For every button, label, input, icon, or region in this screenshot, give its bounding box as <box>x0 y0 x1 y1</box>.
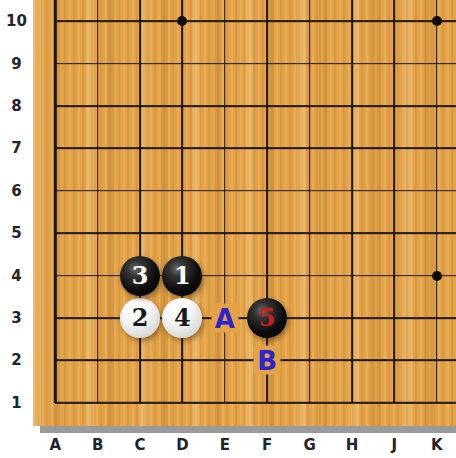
intersection-F7[interactable] <box>246 127 288 169</box>
intersection-D10[interactable] <box>161 0 203 42</box>
intersection-H1[interactable] <box>331 382 373 424</box>
intersection-F3[interactable] <box>246 297 288 339</box>
intersection-C1[interactable] <box>119 382 161 424</box>
go-diagram: AB1234510987654321ABCDEFGHJK <box>0 0 456 458</box>
intersection-E2[interactable] <box>204 339 246 381</box>
col-label-J: J <box>379 434 409 456</box>
intersection-A3[interactable] <box>34 297 76 339</box>
intersection-B1[interactable] <box>76 382 118 424</box>
intersection-J8[interactable] <box>373 85 415 127</box>
intersection-J4[interactable] <box>373 254 415 296</box>
row-label-9: 9 <box>0 54 33 74</box>
intersection-C5[interactable] <box>119 212 161 254</box>
intersection-H5[interactable] <box>331 212 373 254</box>
col-label-C: C <box>125 434 155 456</box>
intersection-C8[interactable] <box>119 85 161 127</box>
intersection-K8[interactable] <box>416 85 456 127</box>
intersection-F6[interactable] <box>246 170 288 212</box>
col-label-K: K <box>422 434 452 456</box>
intersection-F9[interactable] <box>246 42 288 84</box>
intersection-B6[interactable] <box>76 170 118 212</box>
intersection-C10[interactable] <box>119 0 161 42</box>
intersection-J6[interactable] <box>373 170 415 212</box>
intersection-A10[interactable] <box>34 0 76 42</box>
intersection-E7[interactable] <box>204 127 246 169</box>
intersection-E5[interactable] <box>204 212 246 254</box>
intersection-H2[interactable] <box>331 339 373 381</box>
intersection-J9[interactable] <box>373 42 415 84</box>
board-grid <box>34 0 456 424</box>
intersection-A4[interactable] <box>34 254 76 296</box>
intersection-J2[interactable] <box>373 339 415 381</box>
intersection-F5[interactable] <box>246 212 288 254</box>
intersection-E1[interactable] <box>204 382 246 424</box>
intersection-H8[interactable] <box>331 85 373 127</box>
intersection-K1[interactable] <box>416 382 456 424</box>
intersection-E8[interactable] <box>204 85 246 127</box>
intersection-G5[interactable] <box>288 212 330 254</box>
intersection-G7[interactable] <box>288 127 330 169</box>
intersection-H6[interactable] <box>331 170 373 212</box>
intersection-K6[interactable] <box>416 170 456 212</box>
intersection-B7[interactable] <box>76 127 118 169</box>
intersection-K9[interactable] <box>416 42 456 84</box>
intersection-J10[interactable] <box>373 0 415 42</box>
row-label-6: 6 <box>0 181 33 201</box>
intersection-C7[interactable] <box>119 127 161 169</box>
intersection-H4[interactable] <box>331 254 373 296</box>
intersection-G6[interactable] <box>288 170 330 212</box>
intersection-F8[interactable] <box>246 85 288 127</box>
row-label-7: 7 <box>0 138 33 158</box>
row-label-8: 8 <box>0 96 33 116</box>
intersection-B9[interactable] <box>76 42 118 84</box>
intersection-D8[interactable] <box>161 85 203 127</box>
intersection-C9[interactable] <box>119 42 161 84</box>
col-label-E: E <box>210 434 240 456</box>
intersection-K3[interactable] <box>416 297 456 339</box>
intersection-A5[interactable] <box>34 212 76 254</box>
intersection-A8[interactable] <box>34 85 76 127</box>
intersection-K7[interactable] <box>416 127 456 169</box>
intersection-H10[interactable] <box>331 0 373 42</box>
intersection-D9[interactable] <box>161 42 203 84</box>
intersection-H3[interactable] <box>331 297 373 339</box>
intersection-D4[interactable] <box>161 254 203 296</box>
intersection-G3[interactable] <box>288 297 330 339</box>
row-label-1: 1 <box>0 393 33 413</box>
intersection-G9[interactable] <box>288 42 330 84</box>
intersection-F1[interactable] <box>246 382 288 424</box>
intersection-D6[interactable] <box>161 170 203 212</box>
intersection-K10[interactable] <box>416 0 456 42</box>
intersection-C6[interactable] <box>119 170 161 212</box>
col-label-G: G <box>295 434 325 456</box>
intersection-C3[interactable] <box>119 297 161 339</box>
row-label-4: 4 <box>0 266 33 286</box>
row-label-2: 2 <box>0 350 33 370</box>
intersection-B2[interactable] <box>76 339 118 381</box>
intersection-K5[interactable] <box>416 212 456 254</box>
board-shadow <box>40 426 456 433</box>
row-label-3: 3 <box>0 308 33 328</box>
intersection-J3[interactable] <box>373 297 415 339</box>
row-label-10: 10 <box>0 11 33 31</box>
intersection-E9[interactable] <box>204 42 246 84</box>
intersection-H9[interactable] <box>331 42 373 84</box>
intersection-H7[interactable] <box>331 127 373 169</box>
intersection-A2[interactable] <box>34 339 76 381</box>
col-label-F: F <box>252 434 282 456</box>
intersection-B3[interactable] <box>76 297 118 339</box>
intersection-G2[interactable] <box>288 339 330 381</box>
intersection-F4[interactable] <box>246 254 288 296</box>
intersection-K4[interactable] <box>416 254 456 296</box>
intersection-D2[interactable] <box>161 339 203 381</box>
intersection-D7[interactable] <box>161 127 203 169</box>
intersection-B8[interactable] <box>76 85 118 127</box>
col-label-D: D <box>167 434 197 456</box>
intersection-G1[interactable] <box>288 382 330 424</box>
col-label-A: A <box>40 434 70 456</box>
col-label-B: B <box>83 434 113 456</box>
intersection-B10[interactable] <box>76 0 118 42</box>
intersection-A9[interactable] <box>34 42 76 84</box>
intersection-F2[interactable] <box>246 339 288 381</box>
row-label-5: 5 <box>0 223 33 243</box>
intersection-J5[interactable] <box>373 212 415 254</box>
intersection-B4[interactable] <box>76 254 118 296</box>
intersection-A1[interactable] <box>34 382 76 424</box>
intersection-E10[interactable] <box>204 0 246 42</box>
intersection-G8[interactable] <box>288 85 330 127</box>
col-label-H: H <box>337 434 367 456</box>
intersection-G10[interactable] <box>288 0 330 42</box>
intersection-C2[interactable] <box>119 339 161 381</box>
intersection-D3[interactable] <box>161 297 203 339</box>
intersection-J1[interactable] <box>373 382 415 424</box>
intersection-D1[interactable] <box>161 382 203 424</box>
intersection-C4[interactable] <box>119 254 161 296</box>
intersection-E3[interactable] <box>204 297 246 339</box>
intersection-A6[interactable] <box>34 170 76 212</box>
intersection-K2[interactable] <box>416 339 456 381</box>
intersection-A7[interactable] <box>34 127 76 169</box>
intersection-E4[interactable] <box>204 254 246 296</box>
intersection-F10[interactable] <box>246 0 288 42</box>
intersection-G4[interactable] <box>288 254 330 296</box>
intersection-D5[interactable] <box>161 212 203 254</box>
intersection-B5[interactable] <box>76 212 118 254</box>
intersection-J7[interactable] <box>373 127 415 169</box>
intersection-E6[interactable] <box>204 170 246 212</box>
